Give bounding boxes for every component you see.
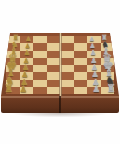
board-square (74, 43, 88, 50)
board-square (74, 87, 88, 94)
board-square (74, 80, 88, 87)
board-square (47, 72, 61, 79)
board-square (60, 72, 74, 79)
board-square (33, 43, 47, 50)
board-square (6, 36, 20, 43)
board-square (101, 43, 115, 50)
board-square (47, 43, 61, 50)
board-square (87, 65, 101, 72)
board-square (101, 72, 115, 79)
board-square (101, 58, 115, 65)
board-square (101, 80, 115, 87)
board-square (74, 36, 88, 43)
board-square (33, 65, 47, 72)
board-square (87, 58, 101, 65)
board-square (6, 72, 20, 79)
board-square (87, 72, 101, 79)
board-square (33, 58, 47, 65)
board-square (87, 87, 101, 94)
board-square (87, 36, 101, 43)
board-square (20, 43, 34, 50)
board-square (6, 65, 20, 72)
board-square (47, 65, 61, 72)
fold-seam (59, 33, 62, 96)
board-square (87, 51, 101, 58)
board-square (20, 72, 34, 79)
board-square (60, 43, 74, 50)
board-square (6, 87, 20, 94)
board-square (74, 65, 88, 72)
board-square (47, 58, 61, 65)
board-square (20, 51, 34, 58)
board-square (6, 80, 20, 87)
board-square (74, 72, 88, 79)
chess-board (1, 33, 119, 96)
board-square (60, 51, 74, 58)
board-square (33, 80, 47, 87)
board-square (6, 51, 20, 58)
board-square (87, 43, 101, 50)
board-square (6, 43, 20, 50)
board-square (20, 80, 34, 87)
board-square (60, 87, 74, 94)
board-square (47, 51, 61, 58)
board-square (33, 36, 47, 43)
board-square (101, 36, 115, 43)
board-square (60, 58, 74, 65)
board-square (20, 36, 34, 43)
board-square (47, 87, 61, 94)
board-square (101, 65, 115, 72)
board-square (74, 58, 88, 65)
board-square (6, 58, 20, 65)
board-square (87, 80, 101, 87)
board-square (47, 36, 61, 43)
board-square (60, 80, 74, 87)
chess-set-photo: ♜♞♝♛♚♝♞♜♟♟♟♟♟♟♟♟♟♟♟♟♟♟♟♟♜♞♝♛♚♝♞♜ (0, 0, 120, 144)
board-square (101, 87, 115, 94)
board-square (101, 51, 115, 58)
board-square (20, 65, 34, 72)
board-square (20, 87, 34, 94)
board-square (20, 58, 34, 65)
board-square (60, 36, 74, 43)
box-front-face (1, 96, 119, 113)
board-square (74, 51, 88, 58)
fold-seam-front (59, 96, 61, 113)
board-square (33, 72, 47, 79)
board-square (33, 51, 47, 58)
board-square (33, 87, 47, 94)
board-square (60, 65, 74, 72)
board-square (47, 80, 61, 87)
